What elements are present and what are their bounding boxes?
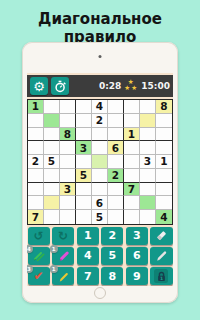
cell-r4c2[interactable] [44, 141, 60, 155]
toolbar: ⚙ 0:28 ★ ★ ★ 15:00 [27, 75, 173, 97]
cell-r8c1[interactable] [28, 196, 44, 210]
digit-2-button[interactable]: 2 [101, 227, 123, 245]
cell-r5c3[interactable] [60, 155, 76, 169]
digit-1-button[interactable]: 1 [77, 227, 99, 245]
cell-r1c7[interactable] [124, 100, 140, 114]
cell-r3c8[interactable] [140, 128, 156, 142]
cell-r5c6[interactable] [108, 155, 124, 169]
home-button [94, 287, 106, 299]
cell-r9c8[interactable] [140, 210, 156, 224]
page-title: Диагональное правило [0, 10, 200, 46]
gear-icon: ⚙ [33, 80, 45, 93]
cell-r4c4[interactable]: 3 [76, 141, 92, 155]
cell-r6c1[interactable] [28, 169, 44, 183]
restart-timer-button[interactable] [51, 77, 69, 95]
cell-r2c1[interactable] [28, 114, 44, 128]
pencil-icon [155, 249, 168, 262]
magenta-marker-icon [57, 249, 70, 262]
cell-r7c8[interactable] [140, 183, 156, 197]
cell-r8c3[interactable] [60, 196, 76, 210]
cell-r7c1[interactable] [28, 183, 44, 197]
cell-r1c3[interactable] [60, 100, 76, 114]
lock-digit: 1 [160, 276, 163, 281]
number-pad: ↺ ↻ 1 2 3 4 [27, 227, 173, 285]
cell-r3c9[interactable] [156, 128, 172, 142]
star-icon: ★ [131, 85, 137, 92]
cell-r4c9[interactable] [156, 141, 172, 155]
cell-r7c9[interactable] [156, 183, 172, 197]
cell-r6c2[interactable] [44, 169, 60, 183]
digit-7-button[interactable]: 7 [77, 267, 99, 285]
elapsed-time: 0:28 [99, 81, 121, 91]
cell-r9c7[interactable] [124, 210, 140, 224]
cell-r6c7[interactable] [124, 169, 140, 183]
cell-r6c5[interactable] [92, 169, 108, 183]
cell-r1c8[interactable] [140, 100, 156, 114]
check-icon: ✔ [34, 270, 44, 282]
cell-r4c8[interactable] [140, 141, 156, 155]
lock-icon: 1 [155, 270, 168, 283]
cell-r2c7[interactable] [124, 114, 140, 128]
cell-r8c8[interactable] [140, 196, 156, 210]
cell-r9c2[interactable] [44, 210, 60, 224]
cell-r2c9[interactable] [156, 114, 172, 128]
cell-r8c4[interactable] [76, 196, 92, 210]
cell-r2c2[interactable] [44, 114, 60, 128]
check-button[interactable]: 3 ✔ [28, 267, 50, 285]
pencil-button[interactable] [150, 247, 172, 265]
redo-button[interactable]: ↻ [52, 227, 74, 245]
cell-r2c5[interactable]: 2 [92, 114, 108, 128]
notes-count-badge: 4 [27, 245, 33, 253]
notes-button[interactable]: 4 [28, 247, 50, 265]
cell-r5c7[interactable] [124, 155, 140, 169]
cell-r4c7[interactable] [124, 141, 140, 155]
cell-r7c5[interactable] [92, 183, 108, 197]
sudoku-board: 14828136253152376754 [27, 99, 173, 225]
cell-r9c3[interactable] [60, 210, 76, 224]
cell-r1c1[interactable]: 1 [28, 100, 44, 114]
cell-r4c6[interactable]: 6 [108, 141, 124, 155]
settings-button[interactable]: ⚙ [30, 77, 48, 95]
target-time: 15:00 [141, 81, 170, 91]
cell-r2c8[interactable] [140, 114, 156, 128]
digit-6-button[interactable]: 6 [126, 247, 148, 265]
cell-r3c4[interactable] [76, 128, 92, 142]
cell-r4c3[interactable] [60, 141, 76, 155]
cell-r9c4[interactable] [76, 210, 92, 224]
cell-r5c1[interactable]: 2 [28, 155, 44, 169]
star-icon: ★ [124, 85, 130, 92]
tablet-frame: ⚙ 0:28 ★ ★ ★ 15:00 [22, 42, 178, 303]
cell-r1c4[interactable] [76, 100, 92, 114]
digit-9-button[interactable]: 9 [126, 267, 148, 285]
digit-4-button[interactable]: 4 [77, 247, 99, 265]
lock-button[interactable]: 1 [150, 267, 172, 285]
cell-r2c3[interactable] [60, 114, 76, 128]
cell-r2c6[interactable] [108, 114, 124, 128]
green-pencils-icon [32, 249, 45, 262]
cell-r4c1[interactable] [28, 141, 44, 155]
cell-r1c6[interactable] [108, 100, 124, 114]
cell-r1c2[interactable] [44, 100, 60, 114]
cell-r6c8[interactable] [140, 169, 156, 183]
cell-r3c3[interactable]: 8 [60, 128, 76, 142]
camera-dot [99, 55, 102, 58]
cell-r1c5[interactable]: 4 [92, 100, 108, 114]
check-count-badge: 3 [27, 265, 33, 273]
cell-r9c9[interactable]: 4 [156, 210, 172, 224]
page: Диагональное правило ⚙ 0:28 [0, 0, 200, 320]
cell-r4c5[interactable] [92, 141, 108, 155]
cell-r7c2[interactable] [44, 183, 60, 197]
cell-r5c9[interactable]: 1 [156, 155, 172, 169]
eraser-button[interactable] [150, 227, 172, 245]
cell-r8c5[interactable]: 6 [92, 196, 108, 210]
cell-r3c6[interactable] [108, 128, 124, 142]
cell-r7c3[interactable]: 3 [60, 183, 76, 197]
cell-r2c4[interactable] [76, 114, 92, 128]
cell-r3c1[interactable] [28, 128, 44, 142]
cell-r9c1[interactable]: 7 [28, 210, 44, 224]
undo-button[interactable]: ↺ [28, 227, 50, 245]
cell-r6c4[interactable]: 5 [76, 169, 92, 183]
cell-r5c5[interactable] [92, 155, 108, 169]
marker-button[interactable]: 1 [52, 247, 74, 265]
cell-r3c2[interactable] [44, 128, 60, 142]
hint-pencil-button[interactable]: 1 [52, 267, 74, 285]
cell-r8c9[interactable] [156, 196, 172, 210]
cell-r3c5[interactable] [92, 128, 108, 142]
undo-icon: ↺ [34, 230, 44, 242]
cell-r5c4[interactable] [76, 155, 92, 169]
cell-r9c6[interactable] [108, 210, 124, 224]
cell-r9c5[interactable]: 5 [92, 210, 108, 224]
cell-r7c4[interactable] [76, 183, 92, 197]
cell-r8c6[interactable] [108, 196, 124, 210]
digit-8-button[interactable]: 8 [101, 267, 123, 285]
stopwatch-icon [54, 80, 67, 93]
lock-panel: 1 [154, 269, 168, 283]
cell-r3c7[interactable]: 1 [124, 128, 140, 142]
digit-5-button[interactable]: 5 [101, 247, 123, 265]
digit-3-button[interactable]: 3 [126, 227, 148, 245]
redo-icon: ↻ [58, 230, 68, 242]
cell-r7c7[interactable]: 7 [124, 183, 140, 197]
cell-r6c3[interactable] [60, 169, 76, 183]
cell-r7c6[interactable] [108, 183, 124, 197]
cell-r8c7[interactable] [124, 196, 140, 210]
eraser-icon [155, 229, 168, 242]
cell-r8c2[interactable] [44, 196, 60, 210]
marker-count-badge: 1 [50, 245, 58, 253]
cell-r6c9[interactable] [156, 169, 172, 183]
cell-r1c9[interactable]: 8 [156, 100, 172, 114]
cell-r6c6[interactable]: 2 [108, 169, 124, 183]
hint-count-badge: 1 [50, 265, 58, 273]
cell-r5c2[interactable]: 5 [44, 155, 60, 169]
yellow-pencil-icon [57, 270, 70, 283]
app-screen: ⚙ 0:28 ★ ★ ★ 15:00 [27, 73, 173, 286]
best-time-stars-icon: ★ ★ ★ [124, 80, 138, 92]
cell-r5c8[interactable]: 3 [140, 155, 156, 169]
